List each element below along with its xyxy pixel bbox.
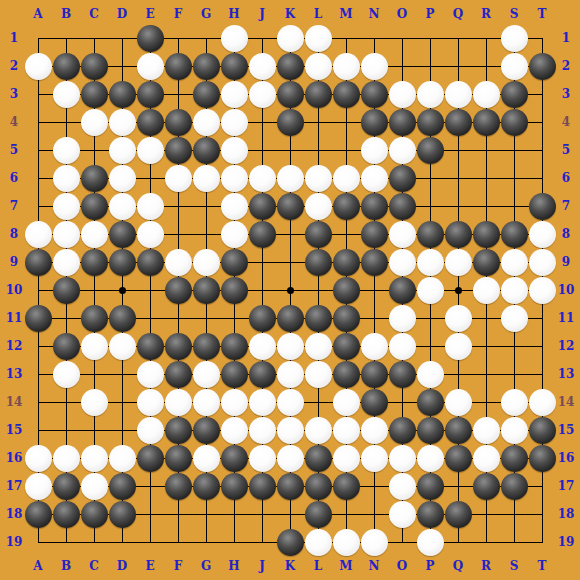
white-stone[interactable] — [137, 221, 164, 248]
black-stone[interactable] — [361, 193, 388, 220]
black-stone[interactable] — [445, 417, 472, 444]
black-stone[interactable] — [193, 473, 220, 500]
column-label: G — [201, 560, 211, 572]
white-stone[interactable] — [193, 445, 220, 472]
black-stone[interactable] — [333, 305, 360, 332]
black-stone[interactable] — [277, 53, 304, 80]
black-stone[interactable] — [165, 361, 192, 388]
white-stone[interactable] — [305, 165, 332, 192]
white-stone[interactable] — [25, 53, 52, 80]
black-stone[interactable] — [417, 501, 444, 528]
column-label: K — [285, 8, 295, 20]
white-stone[interactable] — [417, 361, 444, 388]
black-stone[interactable] — [305, 473, 332, 500]
white-stone[interactable] — [81, 333, 108, 360]
white-stone[interactable] — [25, 473, 52, 500]
row-label: 6 — [10, 172, 18, 184]
white-stone[interactable] — [221, 193, 248, 220]
black-stone[interactable] — [333, 249, 360, 276]
white-stone[interactable] — [53, 137, 80, 164]
column-label: T — [538, 560, 547, 572]
white-stone[interactable] — [53, 445, 80, 472]
white-stone[interactable] — [81, 473, 108, 500]
black-stone[interactable] — [389, 165, 416, 192]
white-stone[interactable] — [53, 221, 80, 248]
white-stone[interactable] — [221, 221, 248, 248]
white-stone[interactable] — [53, 193, 80, 220]
black-stone[interactable] — [137, 109, 164, 136]
white-stone[interactable] — [417, 249, 444, 276]
white-stone[interactable] — [277, 389, 304, 416]
black-stone[interactable] — [389, 277, 416, 304]
white-stone[interactable] — [277, 333, 304, 360]
black-stone[interactable] — [501, 109, 528, 136]
black-stone[interactable] — [417, 417, 444, 444]
white-stone[interactable] — [361, 53, 388, 80]
black-stone[interactable] — [445, 221, 472, 248]
white-stone[interactable] — [305, 361, 332, 388]
black-stone[interactable] — [221, 249, 248, 276]
white-stone[interactable] — [417, 277, 444, 304]
black-stone[interactable] — [473, 109, 500, 136]
white-stone[interactable] — [389, 81, 416, 108]
white-stone[interactable] — [249, 333, 276, 360]
white-stone[interactable] — [249, 389, 276, 416]
black-stone[interactable] — [529, 53, 556, 80]
black-stone[interactable] — [109, 221, 136, 248]
black-stone[interactable] — [109, 305, 136, 332]
white-stone[interactable] — [249, 165, 276, 192]
white-stone[interactable] — [389, 249, 416, 276]
white-stone[interactable] — [473, 445, 500, 472]
white-stone[interactable] — [389, 333, 416, 360]
column-label: Q — [453, 8, 463, 20]
row-label: 12 — [558, 340, 575, 352]
black-stone[interactable] — [109, 473, 136, 500]
black-stone[interactable] — [305, 305, 332, 332]
white-stone[interactable] — [389, 137, 416, 164]
white-stone[interactable] — [361, 165, 388, 192]
white-stone[interactable] — [81, 445, 108, 472]
black-stone[interactable] — [53, 53, 80, 80]
black-stone[interactable] — [361, 81, 388, 108]
black-stone[interactable] — [109, 81, 136, 108]
column-label: J — [259, 8, 265, 20]
white-stone[interactable] — [445, 81, 472, 108]
black-stone[interactable] — [249, 361, 276, 388]
black-stone[interactable] — [473, 221, 500, 248]
white-stone[interactable] — [501, 249, 528, 276]
white-stone[interactable] — [277, 165, 304, 192]
white-stone[interactable] — [249, 417, 276, 444]
black-stone[interactable] — [277, 193, 304, 220]
black-stone[interactable] — [109, 501, 136, 528]
white-stone[interactable] — [501, 25, 528, 52]
white-stone[interactable] — [249, 445, 276, 472]
black-stone[interactable] — [249, 221, 276, 248]
black-stone[interactable] — [109, 249, 136, 276]
black-stone[interactable] — [193, 333, 220, 360]
row-label: 13 — [558, 368, 575, 380]
white-stone[interactable] — [193, 389, 220, 416]
white-stone[interactable] — [473, 417, 500, 444]
row-label: 16 — [558, 452, 575, 464]
white-stone[interactable] — [529, 249, 556, 276]
column-label: M — [339, 8, 352, 20]
white-stone[interactable] — [501, 305, 528, 332]
black-stone[interactable] — [165, 53, 192, 80]
white-stone[interactable] — [473, 277, 500, 304]
white-stone[interactable] — [445, 249, 472, 276]
row-label: 8 — [562, 228, 570, 240]
black-stone[interactable] — [445, 501, 472, 528]
white-stone[interactable] — [361, 445, 388, 472]
black-stone[interactable] — [81, 193, 108, 220]
black-stone[interactable] — [25, 305, 52, 332]
white-stone[interactable] — [445, 389, 472, 416]
white-stone[interactable] — [277, 361, 304, 388]
white-stone[interactable] — [137, 53, 164, 80]
black-stone[interactable] — [81, 165, 108, 192]
row-label: 16 — [6, 452, 23, 464]
row-label: 7 — [10, 200, 18, 212]
white-stone[interactable] — [277, 445, 304, 472]
black-stone[interactable] — [193, 53, 220, 80]
white-stone[interactable] — [221, 389, 248, 416]
black-stone[interactable] — [277, 109, 304, 136]
white-stone[interactable] — [389, 501, 416, 528]
black-stone[interactable] — [305, 445, 332, 472]
row-label: 17 — [6, 480, 23, 492]
white-stone[interactable] — [501, 53, 528, 80]
black-stone[interactable] — [221, 361, 248, 388]
white-stone[interactable] — [445, 305, 472, 332]
column-label: B — [61, 560, 71, 572]
black-stone[interactable] — [193, 81, 220, 108]
column-label: A — [33, 8, 42, 20]
white-stone[interactable] — [193, 165, 220, 192]
white-stone[interactable] — [25, 221, 52, 248]
column-label: E — [145, 8, 154, 20]
black-stone[interactable] — [25, 249, 52, 276]
black-stone[interactable] — [417, 109, 444, 136]
black-stone[interactable] — [305, 249, 332, 276]
row-label: 10 — [558, 284, 575, 296]
black-stone[interactable] — [333, 277, 360, 304]
black-stone[interactable] — [445, 109, 472, 136]
white-stone[interactable] — [221, 137, 248, 164]
black-stone[interactable] — [249, 305, 276, 332]
black-stone[interactable] — [333, 81, 360, 108]
black-stone[interactable] — [81, 501, 108, 528]
white-stone[interactable] — [25, 445, 52, 472]
black-stone[interactable] — [361, 389, 388, 416]
white-stone[interactable] — [389, 305, 416, 332]
black-stone[interactable] — [501, 81, 528, 108]
black-stone[interactable] — [389, 193, 416, 220]
black-stone[interactable] — [193, 277, 220, 304]
white-stone[interactable] — [333, 445, 360, 472]
black-stone[interactable] — [165, 109, 192, 136]
star-point — [119, 287, 126, 294]
black-stone[interactable] — [165, 473, 192, 500]
black-stone[interactable] — [53, 333, 80, 360]
black-stone[interactable] — [81, 81, 108, 108]
black-stone[interactable] — [137, 333, 164, 360]
black-stone[interactable] — [389, 361, 416, 388]
white-stone[interactable] — [445, 333, 472, 360]
white-stone[interactable] — [221, 417, 248, 444]
row-label: 1 — [562, 32, 570, 44]
black-stone[interactable] — [277, 305, 304, 332]
star-point — [287, 287, 294, 294]
black-stone[interactable] — [445, 445, 472, 472]
row-label: 11 — [6, 312, 23, 324]
row-label: 13 — [6, 368, 23, 380]
column-label: S — [510, 560, 519, 572]
white-stone[interactable] — [361, 417, 388, 444]
black-stone[interactable] — [501, 221, 528, 248]
black-stone[interactable] — [361, 221, 388, 248]
row-label: 9 — [562, 256, 570, 268]
white-stone[interactable] — [193, 249, 220, 276]
white-stone[interactable] — [333, 53, 360, 80]
white-stone[interactable] — [221, 109, 248, 136]
black-stone[interactable] — [333, 361, 360, 388]
white-stone[interactable] — [137, 361, 164, 388]
black-stone[interactable] — [417, 389, 444, 416]
black-stone[interactable] — [305, 81, 332, 108]
black-stone[interactable] — [165, 417, 192, 444]
white-stone[interactable] — [305, 333, 332, 360]
black-stone[interactable] — [221, 445, 248, 472]
black-stone[interactable] — [417, 473, 444, 500]
white-stone[interactable] — [305, 529, 332, 556]
black-stone[interactable] — [501, 445, 528, 472]
white-stone[interactable] — [305, 193, 332, 220]
white-stone[interactable] — [389, 445, 416, 472]
white-stone[interactable] — [53, 81, 80, 108]
white-stone[interactable] — [137, 137, 164, 164]
black-stone[interactable] — [333, 193, 360, 220]
row-label: 4 — [562, 116, 570, 128]
black-stone[interactable] — [165, 277, 192, 304]
black-stone[interactable] — [417, 137, 444, 164]
white-stone[interactable] — [361, 333, 388, 360]
row-label: 18 — [6, 508, 23, 520]
white-stone[interactable] — [529, 277, 556, 304]
black-stone[interactable] — [165, 445, 192, 472]
black-stone[interactable] — [361, 361, 388, 388]
white-stone[interactable] — [221, 81, 248, 108]
black-stone[interactable] — [501, 473, 528, 500]
white-stone[interactable] — [277, 417, 304, 444]
column-label: H — [228, 560, 239, 572]
white-stone[interactable] — [277, 25, 304, 52]
column-label: Q — [453, 560, 463, 572]
column-label: F — [174, 560, 183, 572]
black-stone[interactable] — [137, 249, 164, 276]
row-label: 5 — [10, 144, 18, 156]
column-label: G — [201, 8, 211, 20]
row-label: 11 — [558, 312, 575, 324]
column-label: S — [510, 8, 519, 20]
white-stone[interactable] — [137, 193, 164, 220]
white-stone[interactable] — [221, 25, 248, 52]
row-label: 6 — [562, 172, 570, 184]
column-label: R — [481, 8, 491, 20]
black-stone[interactable] — [389, 109, 416, 136]
black-stone[interactable] — [137, 25, 164, 52]
black-stone[interactable] — [277, 81, 304, 108]
black-stone[interactable] — [389, 417, 416, 444]
black-stone[interactable] — [277, 529, 304, 556]
black-stone[interactable] — [249, 473, 276, 500]
black-stone[interactable] — [25, 501, 52, 528]
white-stone[interactable] — [361, 529, 388, 556]
black-stone[interactable] — [81, 249, 108, 276]
column-label: A — [33, 560, 42, 572]
black-stone[interactable] — [165, 137, 192, 164]
white-stone[interactable] — [137, 417, 164, 444]
black-stone[interactable] — [53, 473, 80, 500]
white-stone[interactable] — [305, 53, 332, 80]
column-label: N — [369, 560, 380, 572]
white-stone[interactable] — [501, 417, 528, 444]
white-stone[interactable] — [193, 361, 220, 388]
column-label: J — [259, 560, 265, 572]
white-stone[interactable] — [109, 193, 136, 220]
white-stone[interactable] — [165, 249, 192, 276]
white-stone[interactable] — [221, 165, 248, 192]
black-stone[interactable] — [305, 501, 332, 528]
row-label: 17 — [558, 480, 575, 492]
black-stone[interactable] — [221, 277, 248, 304]
black-stone[interactable] — [137, 445, 164, 472]
black-stone[interactable] — [529, 445, 556, 472]
white-stone[interactable] — [333, 165, 360, 192]
white-stone[interactable] — [109, 445, 136, 472]
black-stone[interactable] — [81, 53, 108, 80]
black-stone[interactable] — [333, 473, 360, 500]
white-stone[interactable] — [81, 389, 108, 416]
column-label: M — [339, 560, 352, 572]
row-label: 12 — [6, 340, 23, 352]
white-stone[interactable] — [361, 137, 388, 164]
white-stone[interactable] — [305, 25, 332, 52]
white-stone[interactable] — [81, 221, 108, 248]
white-stone[interactable] — [249, 81, 276, 108]
black-stone[interactable] — [165, 333, 192, 360]
row-label: 18 — [558, 508, 575, 520]
black-stone[interactable] — [305, 221, 332, 248]
row-label: 5 — [562, 144, 570, 156]
black-stone[interactable] — [277, 473, 304, 500]
white-stone[interactable] — [53, 361, 80, 388]
black-stone[interactable] — [361, 249, 388, 276]
column-label: C — [89, 8, 99, 20]
white-stone[interactable] — [529, 389, 556, 416]
black-stone[interactable] — [137, 81, 164, 108]
white-stone[interactable] — [109, 137, 136, 164]
black-stone[interactable] — [249, 193, 276, 220]
white-stone[interactable] — [249, 53, 276, 80]
white-stone[interactable] — [473, 81, 500, 108]
black-stone[interactable] — [53, 501, 80, 528]
black-stone[interactable] — [529, 417, 556, 444]
black-stone[interactable] — [221, 53, 248, 80]
column-label: L — [314, 8, 322, 20]
row-label: 1 — [10, 32, 18, 44]
column-label: C — [89, 560, 99, 572]
white-stone[interactable] — [165, 165, 192, 192]
column-label: P — [425, 8, 434, 20]
black-stone[interactable] — [473, 249, 500, 276]
black-stone[interactable] — [81, 305, 108, 332]
row-label: 14 — [6, 396, 23, 408]
white-stone[interactable] — [109, 333, 136, 360]
white-stone[interactable] — [53, 165, 80, 192]
column-label: P — [425, 560, 434, 572]
row-label: 7 — [562, 200, 570, 212]
white-stone[interactable] — [193, 109, 220, 136]
white-stone[interactable] — [501, 277, 528, 304]
white-stone[interactable] — [109, 165, 136, 192]
column-label: D — [117, 8, 127, 20]
white-stone[interactable] — [165, 389, 192, 416]
black-stone[interactable] — [221, 473, 248, 500]
white-stone[interactable] — [501, 389, 528, 416]
black-stone[interactable] — [333, 333, 360, 360]
white-stone[interactable] — [389, 221, 416, 248]
white-stone[interactable] — [137, 389, 164, 416]
white-stone[interactable] — [333, 529, 360, 556]
white-stone[interactable] — [305, 417, 332, 444]
column-label: L — [314, 560, 322, 572]
column-label: E — [145, 560, 154, 572]
white-stone[interactable] — [81, 109, 108, 136]
black-stone[interactable] — [193, 137, 220, 164]
white-stone[interactable] — [333, 389, 360, 416]
black-stone[interactable] — [193, 417, 220, 444]
row-label: 4 — [10, 116, 18, 128]
row-label: 19 — [6, 536, 23, 548]
white-stone[interactable] — [389, 473, 416, 500]
row-label: 19 — [558, 536, 575, 548]
white-stone[interactable] — [417, 445, 444, 472]
row-label: 9 — [10, 256, 18, 268]
go-board[interactable]: ABCDEFGHJKLMNOPQRST ABCDEFGHJKLMNOPQRST … — [0, 0, 580, 580]
black-stone[interactable] — [221, 333, 248, 360]
row-label: 15 — [558, 424, 575, 436]
white-stone[interactable] — [53, 249, 80, 276]
white-stone[interactable] — [333, 417, 360, 444]
column-label: B — [61, 8, 71, 20]
column-label: O — [397, 560, 407, 572]
black-stone[interactable] — [529, 193, 556, 220]
column-label: R — [481, 560, 491, 572]
white-stone[interactable] — [417, 529, 444, 556]
black-stone[interactable] — [417, 221, 444, 248]
white-stone[interactable] — [417, 81, 444, 108]
white-stone[interactable] — [529, 221, 556, 248]
black-stone[interactable] — [53, 277, 80, 304]
black-stone[interactable] — [473, 473, 500, 500]
row-label: 14 — [558, 396, 575, 408]
white-stone[interactable] — [109, 109, 136, 136]
black-stone[interactable] — [361, 109, 388, 136]
row-label: 8 — [10, 228, 18, 240]
